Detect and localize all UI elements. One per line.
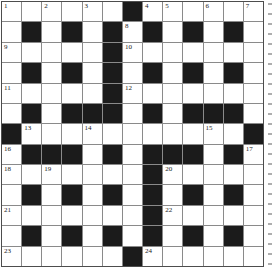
cell-r11c11[interactable] [204, 206, 223, 225]
black-cell-r8c9 [163, 145, 182, 164]
clue-number-23: 23 [4, 247, 11, 255]
black-cell-r3c6 [103, 43, 122, 62]
black-cell-r6c10 [183, 104, 202, 123]
cell-r10c3[interactable] [42, 185, 61, 204]
black-cell-r8c2 [22, 145, 41, 164]
cell-r13c1[interactable]: 23 [2, 247, 21, 266]
black-cell-r4c8 [143, 63, 162, 82]
cell-r1c12[interactable] [224, 2, 243, 21]
cell-r2c7[interactable]: 8 [123, 22, 142, 41]
black-cell-r7c13 [244, 124, 263, 143]
cell-r5c11[interactable] [204, 84, 223, 103]
black-cell-r6c12 [224, 104, 243, 123]
clue-number-14: 14 [85, 124, 92, 132]
black-cell-r12c2 [22, 226, 41, 245]
black-cell-r2c4 [62, 22, 81, 41]
black-cell-r9c8 [143, 165, 162, 184]
black-cell-r12c12 [224, 226, 243, 245]
cell-r7c2[interactable]: 13 [22, 124, 41, 143]
cell-r13c5[interactable] [83, 247, 102, 266]
cell-r11c13[interactable] [244, 206, 263, 225]
black-cell-r4c12 [224, 63, 243, 82]
black-cell-r6c2 [22, 104, 41, 123]
black-cell-r4c10 [183, 63, 202, 82]
cell-r10c5[interactable] [83, 185, 102, 204]
black-cell-r6c6 [103, 104, 122, 123]
cell-r11c5[interactable] [83, 206, 102, 225]
cell-r3c12[interactable] [224, 43, 243, 62]
cell-r6c7[interactable] [123, 104, 142, 123]
cell-r13c2[interactable] [22, 247, 41, 266]
cell-r7c6[interactable] [103, 124, 122, 143]
cell-r13c9[interactable] [163, 247, 182, 266]
crossword-screenshot: 123456789101112131415161718192021222324 [0, 0, 274, 270]
black-cell-r13c7 [123, 247, 142, 266]
cell-r12c3[interactable] [42, 226, 61, 245]
clue-number-3: 3 [85, 2, 89, 10]
cell-r12c1[interactable] [2, 226, 21, 245]
black-cell-r2c10 [183, 22, 202, 41]
cell-r4c7[interactable] [123, 63, 142, 82]
cell-r10c9[interactable] [163, 185, 182, 204]
cell-r6c1[interactable] [2, 104, 21, 123]
cell-r5c10[interactable] [183, 84, 202, 103]
cell-r9c7[interactable] [123, 165, 142, 184]
cell-r2c5[interactable] [83, 22, 102, 41]
cell-r4c3[interactable] [42, 63, 61, 82]
cell-r5c4[interactable] [62, 84, 81, 103]
black-cell-r7c1 [2, 124, 21, 143]
black-cell-r5c6 [103, 84, 122, 103]
cell-r11c6[interactable] [103, 206, 122, 225]
cell-r13c6[interactable] [103, 247, 122, 266]
cell-r9c11[interactable] [204, 165, 223, 184]
cell-r3c13[interactable] [244, 43, 263, 62]
cell-r4c13[interactable] [244, 63, 263, 82]
cell-r8c5[interactable] [83, 145, 102, 164]
cell-r5c5[interactable] [83, 84, 102, 103]
cell-r10c13[interactable] [244, 185, 263, 204]
clue-number-24: 24 [145, 247, 152, 255]
cell-r9c10[interactable] [183, 165, 202, 184]
cell-r3c11[interactable] [204, 43, 223, 62]
cell-r11c1[interactable]: 21 [2, 206, 21, 225]
cell-r5c9[interactable] [163, 84, 182, 103]
cell-r1c13[interactable]: 7 [244, 2, 263, 21]
cell-r9c3[interactable]: 19 [42, 165, 61, 184]
clue-number-13: 13 [24, 124, 31, 132]
cell-r8c11[interactable] [204, 145, 223, 164]
cell-r5c1[interactable]: 11 [2, 84, 21, 103]
cell-r9c2[interactable] [22, 165, 41, 184]
cell-r10c11[interactable] [204, 185, 223, 204]
cell-r5c12[interactable] [224, 84, 243, 103]
black-cell-r6c5 [83, 104, 102, 123]
black-cell-r10c12 [224, 185, 243, 204]
black-cell-r1c7 [123, 2, 142, 21]
cell-r9c9[interactable]: 20 [163, 165, 182, 184]
black-cell-r12c8 [143, 226, 162, 245]
cell-r1c4[interactable] [62, 2, 81, 21]
cell-r11c3[interactable] [42, 206, 61, 225]
cell-r3c3[interactable] [42, 43, 61, 62]
black-cell-r8c10 [183, 145, 202, 164]
clue-number-10: 10 [125, 43, 132, 51]
black-cell-r4c2 [22, 63, 41, 82]
clue-number-17: 17 [246, 145, 253, 153]
cell-r7c12[interactable] [224, 124, 243, 143]
cell-r5c2[interactable] [22, 84, 41, 103]
cell-r4c9[interactable] [163, 63, 182, 82]
cell-r7c8[interactable] [143, 124, 162, 143]
cell-r1c9[interactable]: 5 [163, 2, 182, 21]
black-cell-r6c4 [62, 104, 81, 123]
black-cell-r8c8 [143, 145, 162, 164]
cell-r7c3[interactable] [42, 124, 61, 143]
cell-r7c5[interactable]: 14 [83, 124, 102, 143]
cell-r1c1[interactable]: 1 [2, 2, 21, 21]
cell-r9c1[interactable]: 18 [2, 165, 21, 184]
cell-r5c3[interactable] [42, 84, 61, 103]
clue-number-20: 20 [165, 165, 172, 173]
cell-r12c5[interactable] [83, 226, 102, 245]
black-cell-r10c6 [103, 185, 122, 204]
black-cell-r12c4 [62, 226, 81, 245]
cell-r4c5[interactable] [83, 63, 102, 82]
cell-r1c3[interactable]: 2 [42, 2, 61, 21]
cell-r7c7[interactable] [123, 124, 142, 143]
cell-r9c5[interactable] [83, 165, 102, 184]
black-cell-r8c12 [224, 145, 243, 164]
cell-r1c2[interactable] [22, 2, 41, 21]
cell-r9c6[interactable] [103, 165, 122, 184]
cell-r3c10[interactable] [183, 43, 202, 62]
cell-r8c7[interactable] [123, 145, 142, 164]
cell-r5c8[interactable] [143, 84, 162, 103]
clue-number-4: 4 [145, 2, 149, 10]
cell-r3c1[interactable]: 9 [2, 43, 21, 62]
black-cell-r2c12 [224, 22, 243, 41]
clue-number-21: 21 [4, 206, 11, 214]
crossword-grid: 123456789101112131415161718192021222324 [1, 1, 264, 267]
clue-number-15: 15 [206, 124, 213, 132]
black-cell-r10c8 [143, 185, 162, 204]
cell-r13c4[interactable] [62, 247, 81, 266]
cell-r7c4[interactable] [62, 124, 81, 143]
black-cell-r8c3 [42, 145, 61, 164]
cell-r4c11[interactable] [204, 63, 223, 82]
black-cell-r8c6 [103, 145, 122, 164]
cell-r1c10[interactable] [183, 2, 202, 21]
clue-number-2: 2 [44, 2, 48, 10]
clue-number-9: 9 [4, 43, 8, 51]
cell-r13c10[interactable] [183, 247, 202, 266]
cell-r8c1[interactable]: 16 [2, 145, 21, 164]
cell-r6c3[interactable] [42, 104, 61, 123]
black-cell-r8c4 [62, 145, 81, 164]
cell-r2c1[interactable] [2, 22, 21, 41]
cell-r9c12[interactable] [224, 165, 243, 184]
clue-number-18: 18 [4, 165, 11, 173]
cell-r2c9[interactable] [163, 22, 182, 41]
clue-number-12: 12 [125, 84, 132, 92]
cell-r5c7[interactable]: 12 [123, 84, 142, 103]
cell-r12c9[interactable] [163, 226, 182, 245]
cell-r6c9[interactable] [163, 104, 182, 123]
clue-number-11: 11 [4, 84, 11, 92]
cell-r1c5[interactable]: 3 [83, 2, 102, 21]
right-edge-scan-marks [268, 3, 272, 267]
cell-r3c5[interactable] [83, 43, 102, 62]
cell-r3c8[interactable] [143, 43, 162, 62]
clue-number-19: 19 [44, 165, 51, 173]
black-cell-r2c6 [103, 22, 122, 41]
black-cell-r6c11 [204, 104, 223, 123]
cell-r1c6[interactable] [103, 2, 122, 21]
cell-r11c12[interactable] [224, 206, 243, 225]
cell-r10c7[interactable] [123, 185, 142, 204]
black-cell-r2c2 [22, 22, 41, 41]
clue-number-1: 1 [4, 2, 8, 10]
black-cell-r10c4 [62, 185, 81, 204]
cell-r9c4[interactable] [62, 165, 81, 184]
cell-r9c13[interactable] [244, 165, 263, 184]
black-cell-r12c6 [103, 226, 122, 245]
cell-r13c8[interactable]: 24 [143, 247, 162, 266]
cell-r13c13[interactable] [244, 247, 263, 266]
cell-r11c7[interactable] [123, 206, 142, 225]
cell-r7c10[interactable] [183, 124, 202, 143]
cell-r3c4[interactable] [62, 43, 81, 62]
clue-number-16: 16 [4, 145, 11, 153]
cell-r11c2[interactable] [22, 206, 41, 225]
cell-r1c8[interactable]: 4 [143, 2, 162, 21]
cell-r12c11[interactable] [204, 226, 223, 245]
cell-r12c7[interactable] [123, 226, 142, 245]
cell-r3c7[interactable]: 10 [123, 43, 142, 62]
cell-r13c11[interactable] [204, 247, 223, 266]
cell-r12c13[interactable] [244, 226, 263, 245]
black-cell-r2c8 [143, 22, 162, 41]
cell-r11c9[interactable]: 22 [163, 206, 182, 225]
cell-r2c11[interactable] [204, 22, 223, 41]
cell-r3c9[interactable] [163, 43, 182, 62]
cell-r3c2[interactable] [22, 43, 41, 62]
black-cell-r11c8 [143, 206, 162, 225]
black-cell-r10c10 [183, 185, 202, 204]
cell-r8c13[interactable]: 17 [244, 145, 263, 164]
cell-r7c9[interactable] [163, 124, 182, 143]
clue-number-5: 5 [165, 2, 169, 10]
cell-r13c3[interactable] [42, 247, 61, 266]
cell-r2c3[interactable] [42, 22, 61, 41]
black-cell-r4c4 [62, 63, 81, 82]
cell-r6c13[interactable] [244, 104, 263, 123]
cell-r4c1[interactable] [2, 63, 21, 82]
cell-r7c11[interactable]: 15 [204, 124, 223, 143]
black-cell-r12c10 [183, 226, 202, 245]
clue-number-22: 22 [165, 206, 172, 214]
black-cell-r4c6 [103, 63, 122, 82]
cell-r1c11[interactable]: 6 [204, 2, 223, 21]
cell-r2c13[interactable] [244, 22, 263, 41]
clue-number-6: 6 [206, 2, 210, 10]
black-cell-r6c8 [143, 104, 162, 123]
cell-r11c4[interactable] [62, 206, 81, 225]
cell-r5c13[interactable] [244, 84, 263, 103]
cell-r10c1[interactable] [2, 185, 21, 204]
clue-number-7: 7 [246, 2, 250, 10]
cell-r13c12[interactable] [224, 247, 243, 266]
cell-r11c10[interactable] [183, 206, 202, 225]
clue-number-8: 8 [125, 22, 129, 30]
black-cell-r10c2 [22, 185, 41, 204]
